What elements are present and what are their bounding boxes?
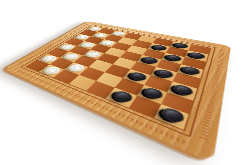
playing-area-frame — [21, 25, 216, 138]
photo-stage — [0, 0, 250, 165]
checkers-board — [4, 21, 231, 163]
